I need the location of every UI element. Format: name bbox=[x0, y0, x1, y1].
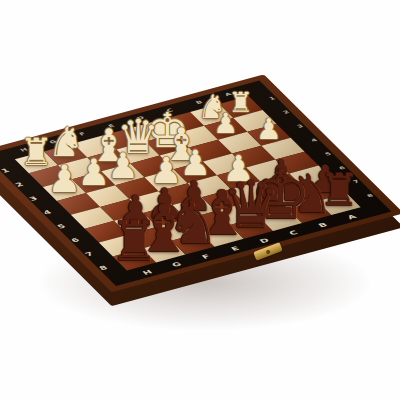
piece-dark-bishop-e8: ♝ bbox=[194, 183, 249, 245]
piece-white-knight-b1: ♞ bbox=[197, 91, 226, 124]
piece-dark-pawn-g6: ♟ bbox=[116, 190, 155, 233]
piece-white-pawn-d4: ♟ bbox=[180, 147, 211, 182]
piece-dark-knight-f8: ♞ bbox=[166, 193, 219, 253]
piece-white-queen-e2: ♛ bbox=[117, 115, 159, 162]
piece-dark-pawn-a7: ♟ bbox=[308, 162, 342, 200]
piece-white-bishop-f2: ♝ bbox=[89, 124, 129, 169]
piece-dark-bishop-g8: ♝ bbox=[134, 195, 193, 260]
piece-white-king-d2: ♚ bbox=[146, 106, 189, 154]
piece-dark-pawn-f6: ♟ bbox=[146, 183, 184, 225]
piece-dark-rook-h8: ♜ bbox=[110, 213, 159, 268]
piece-white-pawn-b2: ♟ bbox=[213, 110, 238, 138]
piece-dark-queen-d8: ♛ bbox=[222, 172, 281, 237]
piece-white-pawn-e4: ♟ bbox=[150, 153, 182, 189]
pieces-layer: ♜♞♞♜♟♚♛♝♟♝♟♟♟♟♟♟♟♟♟♟♟♟♜♞♚♛♝♞♝♜ bbox=[0, 0, 400, 400]
piece-white-pawn-f3: ♟ bbox=[107, 148, 139, 183]
chess-set-photo: HGFEDCBAHGFEDCBA1234567812345678 ♜♞♞♜♟♚♛… bbox=[0, 0, 400, 400]
piece-white-knight-g1: ♞ bbox=[47, 123, 84, 164]
piece-dark-knight-b8: ♞ bbox=[286, 168, 333, 221]
piece-white-bishop-d3: ♝ bbox=[161, 123, 201, 167]
piece-white-rook-h1: ♜ bbox=[20, 134, 53, 171]
piece-dark-pawn-e6: ♟ bbox=[176, 176, 212, 217]
piece-dark-pawn-c7: ♟ bbox=[248, 175, 284, 215]
piece-white-pawn-a3: ♟ bbox=[256, 115, 282, 144]
piece-white-pawn-h3: ♟ bbox=[48, 161, 82, 199]
piece-dark-king-c8: ♚ bbox=[250, 161, 311, 229]
piece-white-pawn-c5: ♟ bbox=[222, 152, 254, 188]
piece-white-pawn-g3: ♟ bbox=[77, 155, 110, 191]
piece-white-rook-a1: ♜ bbox=[229, 89, 253, 116]
piece-dark-pawn-b6: ♟ bbox=[265, 157, 298, 194]
piece-dark-rook-a8: ♜ bbox=[319, 168, 359, 213]
